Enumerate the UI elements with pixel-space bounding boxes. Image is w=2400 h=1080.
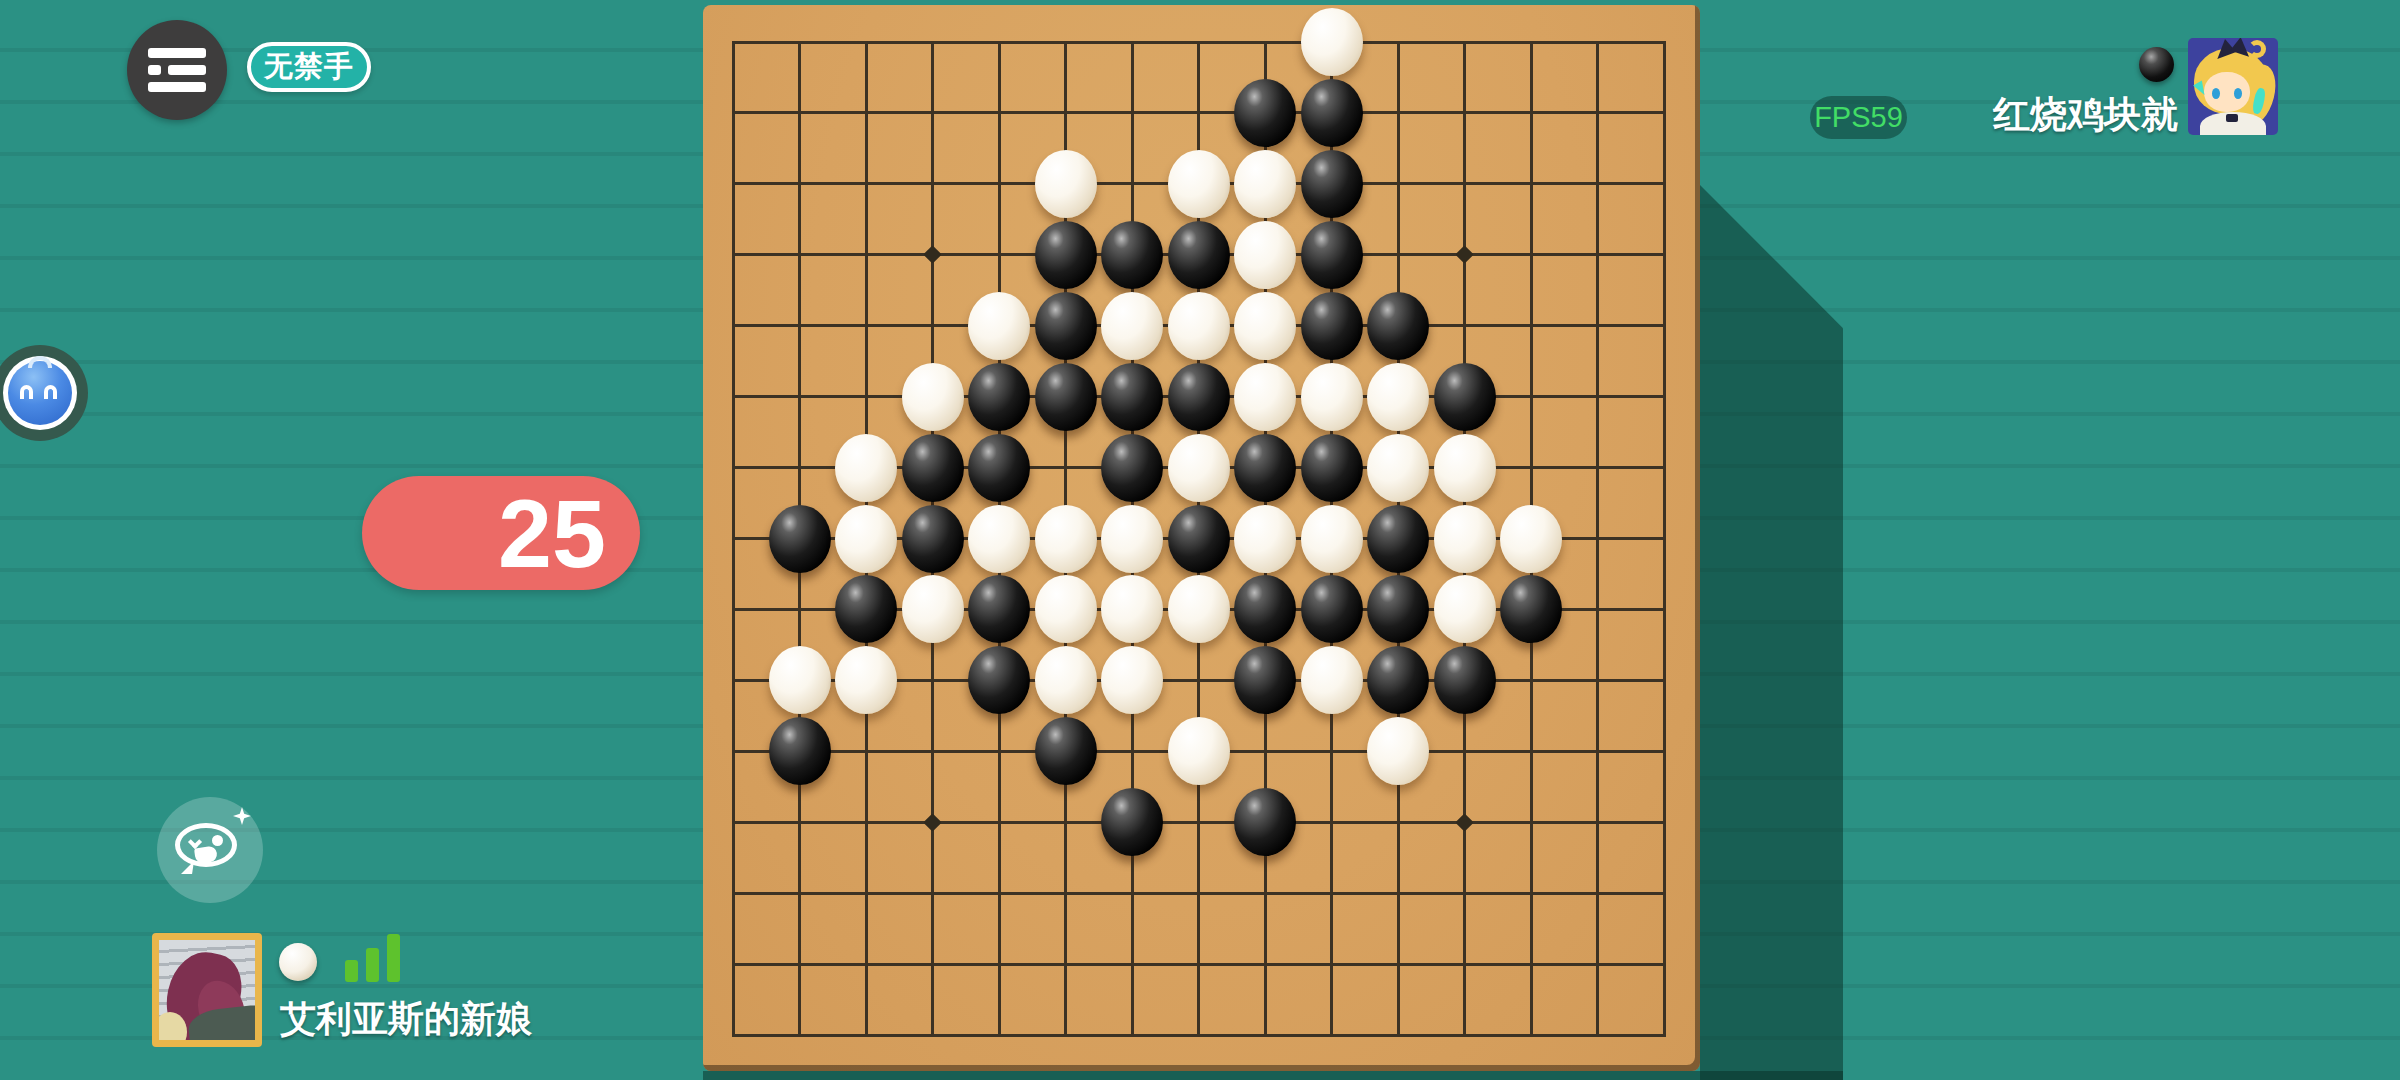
white-stone [1234,505,1296,573]
white-stone [835,505,897,573]
gomoku-board[interactable] [703,5,1700,1071]
white-stone [1434,575,1496,643]
opponent-stone-black-icon [2139,47,2174,82]
white-stone [1301,646,1363,714]
black-stone [902,505,964,573]
menu-button[interactable] [127,20,227,120]
star-point [1455,813,1473,831]
grid-line-h [732,1034,1666,1037]
white-stone [968,292,1030,360]
white-stone [1168,292,1230,360]
white-stone [902,363,964,431]
white-stone [835,434,897,502]
white-stone [1301,505,1363,573]
black-stone [968,575,1030,643]
black-stone [1168,221,1230,289]
white-stone [1101,292,1163,360]
black-stone [1301,150,1363,218]
black-stone [1234,575,1296,643]
white-stone [1234,221,1296,289]
chat-emote-button[interactable] [157,797,263,903]
black-stone [1434,646,1496,714]
black-stone [1500,575,1562,643]
star-point [923,813,941,831]
white-stone [968,505,1030,573]
sparkle-icon [233,807,251,825]
opponent-name: 红烧鸡块就 [1920,90,2178,140]
rule-badge: 无禁手 [247,42,371,92]
black-stone [1301,292,1363,360]
fps-counter: FPS59 [1810,96,1907,139]
white-stone [1234,363,1296,431]
white-stone [1168,150,1230,218]
grid-line-h [732,963,1666,966]
board-drop-shadow-bottom [703,1071,1843,1080]
black-stone [1234,79,1296,147]
black-stone [1035,717,1097,785]
black-stone [1301,434,1363,502]
black-stone [1301,79,1363,147]
black-stone [1234,788,1296,856]
white-stone [1101,646,1163,714]
grid-line-h [732,821,1666,824]
white-stone [1035,646,1097,714]
white-stone [1301,8,1363,76]
black-stone [1035,292,1097,360]
player-name: 艾利亚斯的新娘 [280,995,532,1044]
black-stone [968,434,1030,502]
black-stone [1234,434,1296,502]
black-stone [1367,646,1429,714]
grid-line-v [1596,41,1599,1037]
black-stone [968,363,1030,431]
white-stone [1367,717,1429,785]
black-stone [1035,221,1097,289]
white-stone [1434,434,1496,502]
black-stone [769,505,831,573]
black-stone [1101,221,1163,289]
white-stone [1101,505,1163,573]
move-timer: 25 [362,476,640,590]
move-timer-value: 25 [498,485,640,582]
black-stone [968,646,1030,714]
white-stone [1367,434,1429,502]
grid-line-v [1663,41,1666,1037]
black-stone [1234,646,1296,714]
white-stone [1035,505,1097,573]
white-stone [1101,575,1163,643]
white-stone [902,575,964,643]
star-point [923,246,941,264]
robot-icon [8,361,72,425]
opponent-avatar[interactable] [2188,38,2278,135]
white-stone [1168,717,1230,785]
white-stone [1500,505,1562,573]
signal-bar-1 [345,960,358,982]
black-stone [1367,292,1429,360]
black-stone [1301,575,1363,643]
white-stone [1367,363,1429,431]
player-avatar[interactable] [152,933,262,1047]
black-stone [902,434,964,502]
player-stone-white-icon [279,943,317,981]
black-stone [1101,434,1163,502]
game-background: 无禁手 25 艾利亚斯的新娘 FPS59 红烧鸡块就 [0,0,2400,1080]
star-point [1455,246,1473,264]
black-stone [1301,221,1363,289]
white-stone [1434,505,1496,573]
fps-value: FPS59 [1814,101,1903,134]
white-stone [1301,363,1363,431]
black-stone [1434,363,1496,431]
signal-bar-2 [366,948,379,982]
grid-line-h [732,892,1666,895]
black-stone [1168,505,1230,573]
black-stone [1101,788,1163,856]
white-stone [1168,434,1230,502]
robot-assistant-button[interactable] [0,345,88,441]
white-stone [1234,150,1296,218]
black-stone [1168,363,1230,431]
white-stone [1035,150,1097,218]
white-stone [835,646,897,714]
board-grid [703,5,1700,1071]
black-stone [769,717,831,785]
black-stone [1367,505,1429,573]
signal-bar-3 [387,934,400,982]
black-stone [1367,575,1429,643]
board-drop-shadow [1700,185,1843,1080]
white-stone [1168,575,1230,643]
white-stone [1234,292,1296,360]
white-stone [1035,575,1097,643]
rule-badge-label: 无禁手 [264,47,354,87]
black-stone [1101,363,1163,431]
hamburger-icon [148,48,206,58]
black-stone [1035,363,1097,431]
white-stone [769,646,831,714]
black-stone [835,575,897,643]
